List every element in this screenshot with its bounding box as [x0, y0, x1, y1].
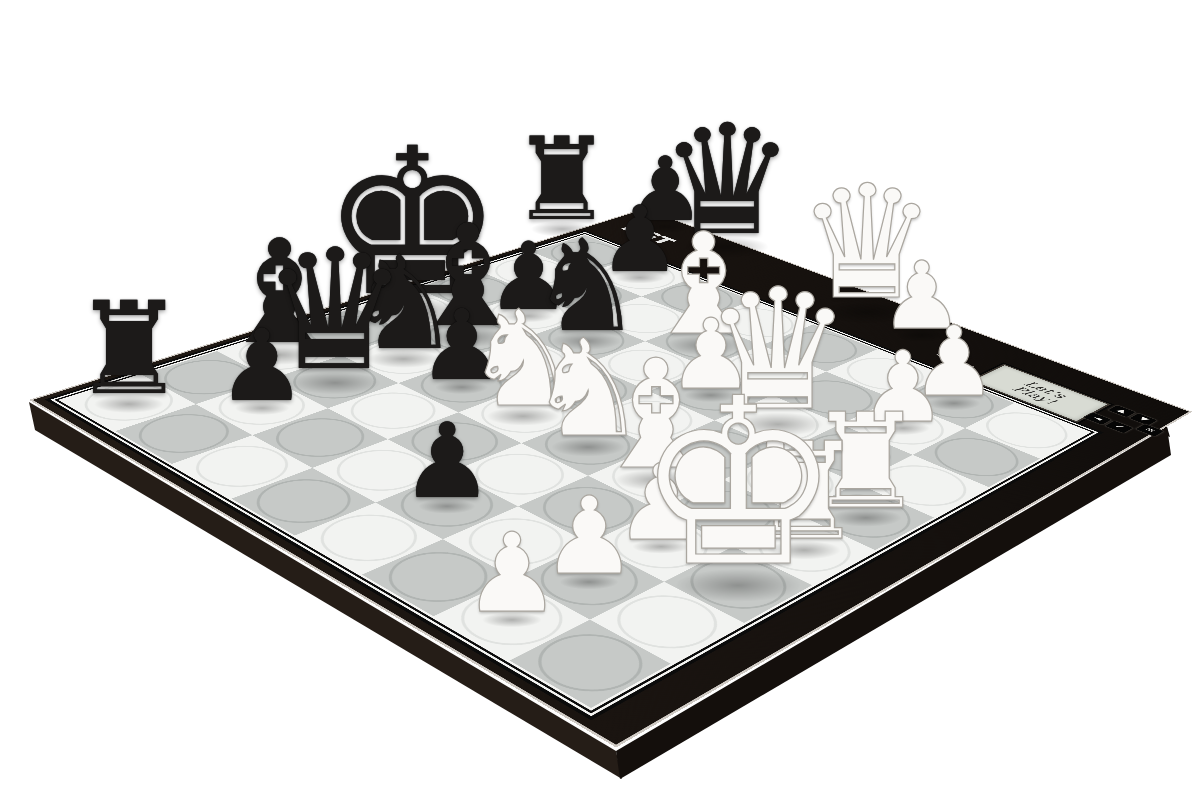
piece-black-pawn-b7[interactable]: ♟ [217, 317, 306, 417]
piece-black-pawn-b4[interactable]: ♟ [401, 411, 494, 515]
piece-white-king-c1[interactable]: ♚ [635, 368, 842, 599]
piece-black-rook-a8[interactable]: ♜ [72, 285, 187, 413]
product-photo-scene: DGT centaur Let's Play! ◄▲✓▼≡ ♟♜♛♟♚♛♟♟♝♞… [0, 0, 1200, 797]
piece-white-pawn-a2[interactable]: ♟ [463, 519, 561, 628]
button-confirm[interactable]: ✓ [1104, 420, 1135, 434]
